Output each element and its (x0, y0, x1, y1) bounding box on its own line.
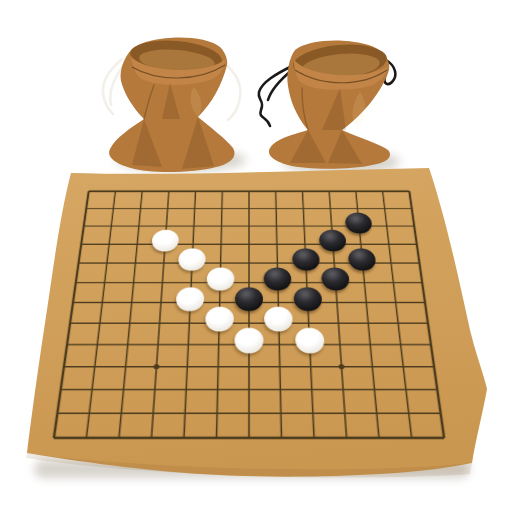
white-stones-bag (98, 27, 248, 173)
stone-black (319, 230, 347, 252)
stone-black (345, 212, 373, 233)
stone-white (206, 267, 234, 290)
stone-white (264, 307, 293, 332)
stone-black (321, 267, 350, 290)
go-board-grid (54, 191, 444, 438)
stone-white (205, 307, 234, 332)
stone-white (151, 230, 179, 252)
stone-black (264, 267, 292, 290)
go-set-product-photo (0, 0, 512, 512)
stones-layer (54, 191, 444, 438)
stone-black (292, 248, 320, 270)
stone-white (234, 328, 263, 353)
stone-white (176, 287, 205, 311)
black-stones-bag (252, 30, 402, 170)
white-drawstring-cord (224, 63, 240, 120)
stone-white (295, 328, 325, 353)
stone-black (348, 248, 377, 270)
stone-black (293, 287, 322, 311)
stone-white (178, 248, 206, 270)
stone-black (235, 287, 263, 311)
